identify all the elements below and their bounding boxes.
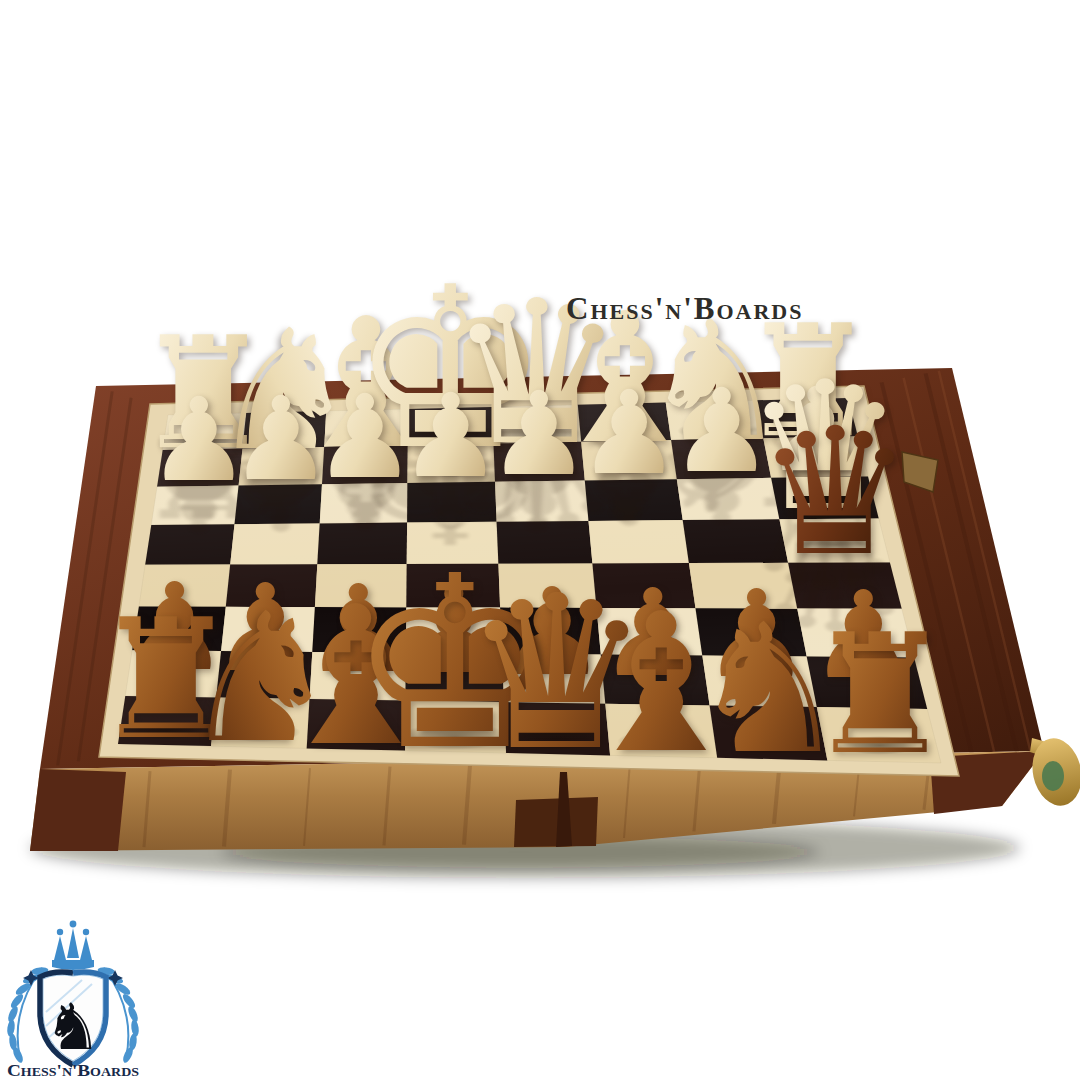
board-end-cap	[30, 769, 126, 851]
chess-board-photo	[0, 0, 1080, 1080]
brand-logo: ♞ Chess'n'Boards	[4, 916, 142, 1080]
product-photo: ♜♜♞♞♝♝♚♚♛♛♝♝♞♞♜♜♟♟♟♟♟♟♟♟♟♟♟♟♟♟♟♟♛♛♛♛♟♟♟♟…	[0, 0, 1080, 1080]
fold-hinge	[514, 797, 598, 847]
logo-crown-icon	[52, 921, 94, 970]
watermark-text: Chess'n'Boards	[566, 291, 803, 327]
board-gloss	[118, 398, 941, 763]
logo-knight-icon: ♞	[44, 990, 101, 1064]
logo-wordmark: Chess'n'Boards	[7, 1061, 139, 1080]
